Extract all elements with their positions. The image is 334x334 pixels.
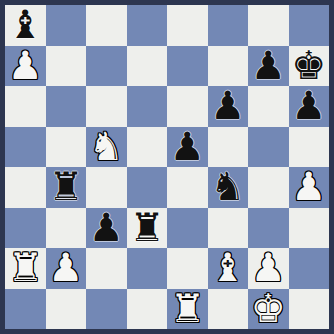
square-d2[interactable] bbox=[127, 248, 168, 289]
square-f6[interactable]: ♟ bbox=[208, 86, 249, 127]
square-h5[interactable] bbox=[289, 127, 330, 168]
square-c1[interactable] bbox=[86, 289, 127, 330]
square-h8[interactable] bbox=[289, 5, 330, 46]
square-f2[interactable]: ♝ bbox=[208, 248, 249, 289]
square-g7[interactable]: ♟ bbox=[248, 46, 289, 87]
square-g4[interactable] bbox=[248, 167, 289, 208]
piece-white-pawn: ♟ bbox=[48, 248, 83, 289]
square-h6[interactable]: ♟ bbox=[289, 86, 330, 127]
square-g2[interactable]: ♟ bbox=[248, 248, 289, 289]
piece-black-pawn: ♟ bbox=[210, 86, 245, 127]
square-e5[interactable]: ♟ bbox=[167, 127, 208, 168]
square-c7[interactable] bbox=[86, 46, 127, 87]
square-e4[interactable] bbox=[167, 167, 208, 208]
piece-black-pawn: ♟ bbox=[89, 208, 124, 249]
square-d5[interactable] bbox=[127, 127, 168, 168]
piece-white-bishop: ♝ bbox=[210, 248, 245, 289]
square-f8[interactable] bbox=[208, 5, 249, 46]
piece-black-knight: ♞ bbox=[210, 167, 245, 208]
square-c2[interactable] bbox=[86, 248, 127, 289]
square-b1[interactable] bbox=[46, 289, 87, 330]
square-e6[interactable] bbox=[167, 86, 208, 127]
square-f3[interactable] bbox=[208, 208, 249, 249]
square-e7[interactable] bbox=[167, 46, 208, 87]
square-h4[interactable]: ♟ bbox=[289, 167, 330, 208]
square-h1[interactable] bbox=[289, 289, 330, 330]
square-c3[interactable]: ♟ bbox=[86, 208, 127, 249]
piece-black-rook: ♜ bbox=[48, 167, 83, 208]
square-c6[interactable] bbox=[86, 86, 127, 127]
piece-black-bishop: ♝ bbox=[8, 5, 43, 46]
square-f7[interactable] bbox=[208, 46, 249, 87]
piece-white-king: ♚ bbox=[251, 289, 286, 330]
square-d1[interactable] bbox=[127, 289, 168, 330]
square-f4[interactable]: ♞ bbox=[208, 167, 249, 208]
square-d8[interactable] bbox=[127, 5, 168, 46]
square-a3[interactable] bbox=[5, 208, 46, 249]
piece-white-pawn: ♟ bbox=[251, 248, 286, 289]
piece-white-rook: ♜ bbox=[170, 289, 205, 330]
chess-board: ♝♟♟♚♟♟♞♟♜♞♟♟♜♜♟♝♟♜♚ bbox=[5, 5, 329, 329]
square-b7[interactable] bbox=[46, 46, 87, 87]
piece-white-pawn: ♟ bbox=[8, 46, 43, 87]
square-a5[interactable] bbox=[5, 127, 46, 168]
square-e3[interactable] bbox=[167, 208, 208, 249]
piece-black-rook: ♜ bbox=[129, 208, 164, 249]
square-h7[interactable]: ♚ bbox=[289, 46, 330, 87]
square-d6[interactable] bbox=[127, 86, 168, 127]
square-g3[interactable] bbox=[248, 208, 289, 249]
square-a4[interactable] bbox=[5, 167, 46, 208]
square-d4[interactable] bbox=[127, 167, 168, 208]
square-g6[interactable] bbox=[248, 86, 289, 127]
square-a1[interactable] bbox=[5, 289, 46, 330]
square-a8[interactable]: ♝ bbox=[5, 5, 46, 46]
square-b6[interactable] bbox=[46, 86, 87, 127]
square-c4[interactable] bbox=[86, 167, 127, 208]
piece-black-pawn: ♟ bbox=[251, 46, 286, 87]
square-a6[interactable] bbox=[5, 86, 46, 127]
square-b4[interactable]: ♜ bbox=[46, 167, 87, 208]
piece-white-rook: ♜ bbox=[8, 248, 43, 289]
square-e8[interactable] bbox=[167, 5, 208, 46]
square-h3[interactable] bbox=[289, 208, 330, 249]
piece-white-knight: ♞ bbox=[89, 127, 124, 168]
square-e1[interactable]: ♜ bbox=[167, 289, 208, 330]
square-c8[interactable] bbox=[86, 5, 127, 46]
square-f1[interactable] bbox=[208, 289, 249, 330]
piece-white-pawn: ♟ bbox=[291, 167, 326, 208]
square-g1[interactable]: ♚ bbox=[248, 289, 289, 330]
square-a2[interactable]: ♜ bbox=[5, 248, 46, 289]
square-b5[interactable] bbox=[46, 127, 87, 168]
square-b2[interactable]: ♟ bbox=[46, 248, 87, 289]
piece-black-king: ♚ bbox=[291, 46, 326, 87]
square-g5[interactable] bbox=[248, 127, 289, 168]
board-frame: ♝♟♟♚♟♟♞♟♜♞♟♟♜♜♟♝♟♜♚ bbox=[0, 0, 334, 334]
square-g8[interactable] bbox=[248, 5, 289, 46]
square-f5[interactable] bbox=[208, 127, 249, 168]
square-e2[interactable] bbox=[167, 248, 208, 289]
square-h2[interactable] bbox=[289, 248, 330, 289]
square-d3[interactable]: ♜ bbox=[127, 208, 168, 249]
square-c5[interactable]: ♞ bbox=[86, 127, 127, 168]
square-b3[interactable] bbox=[46, 208, 87, 249]
square-b8[interactable] bbox=[46, 5, 87, 46]
square-a7[interactable]: ♟ bbox=[5, 46, 46, 87]
piece-black-pawn: ♟ bbox=[170, 127, 205, 168]
piece-black-pawn: ♟ bbox=[291, 86, 326, 127]
square-d7[interactable] bbox=[127, 46, 168, 87]
